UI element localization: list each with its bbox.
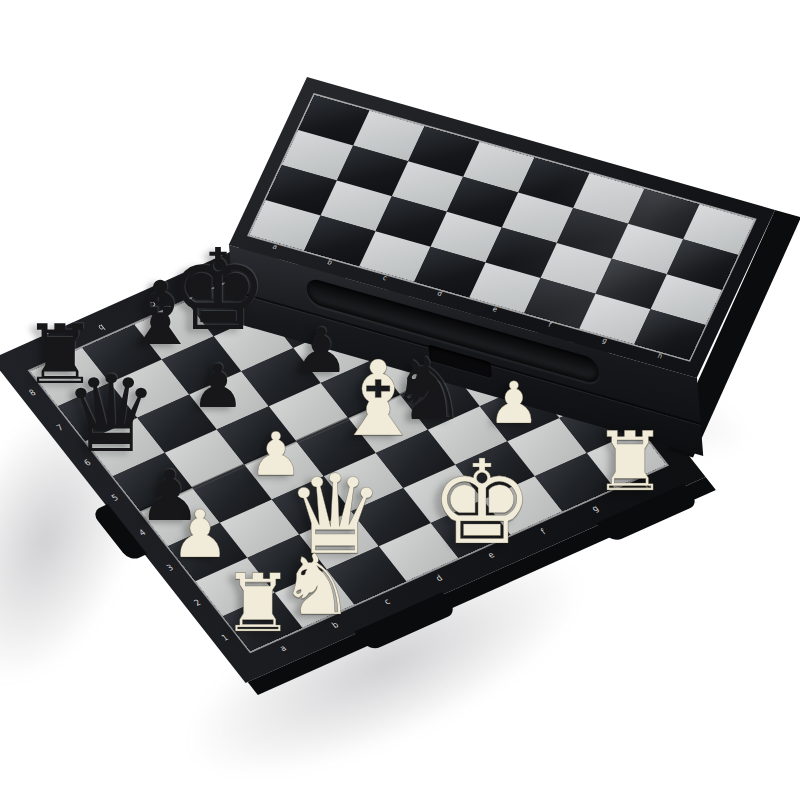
black-bishop-c8: ♝ xyxy=(121,270,200,358)
chess-set-product-photo: abcdefgh abcdefgh 12345678 12345678 abcd… xyxy=(0,0,800,800)
white-bishop-e4: ♝ xyxy=(331,347,424,451)
white-pawn-a3: ♟ xyxy=(170,502,229,568)
black-queen-a6: ♛ xyxy=(63,362,158,468)
white-pawn-g3: ♟ xyxy=(488,374,540,432)
white-rook-a1: ♜ xyxy=(222,564,294,644)
pieces-layer: ♜♝♚♛♟♟♟♞♝♟♟♟♛♜♞♚♜ xyxy=(0,0,800,800)
white-king-e1: ♚ xyxy=(430,445,534,561)
black-pawn-c6: ♟ xyxy=(191,356,245,416)
white-rook-h1: ♜ xyxy=(593,421,667,503)
